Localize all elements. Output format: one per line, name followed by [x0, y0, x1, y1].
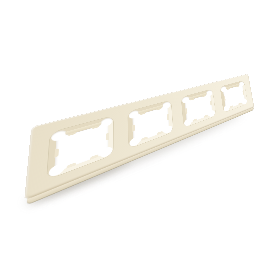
photo-canvas [0, 0, 270, 270]
switch-frame [24, 74, 254, 207]
claw-tab [190, 98, 194, 100]
corner-lobe [51, 129, 67, 143]
frame-window-2 [132, 104, 169, 144]
claw-tab [140, 112, 146, 115]
claw-tab [227, 88, 230, 90]
claw-tab [106, 133, 109, 141]
window-cutout [185, 92, 213, 124]
claw-tab [156, 108, 161, 111]
claw-tab [185, 108, 187, 114]
claw-tab [92, 125, 99, 129]
claw-tab [236, 85, 239, 87]
claw-tab [54, 148, 58, 158]
claw-tab [202, 95, 206, 97]
frame-window-1 [54, 120, 108, 172]
corner-lobe [223, 104, 229, 112]
claw-tab [132, 124, 135, 131]
frame-face [25, 74, 254, 200]
corner-lobe [208, 109, 215, 117]
frame-window-3 [185, 92, 213, 124]
frame-window-4 [223, 83, 246, 109]
claw-tab [167, 114, 170, 120]
claw-tab [224, 96, 226, 101]
corner-lobe [242, 98, 248, 105]
corner-lobe [184, 118, 192, 127]
corner-lobe [163, 124, 172, 134]
